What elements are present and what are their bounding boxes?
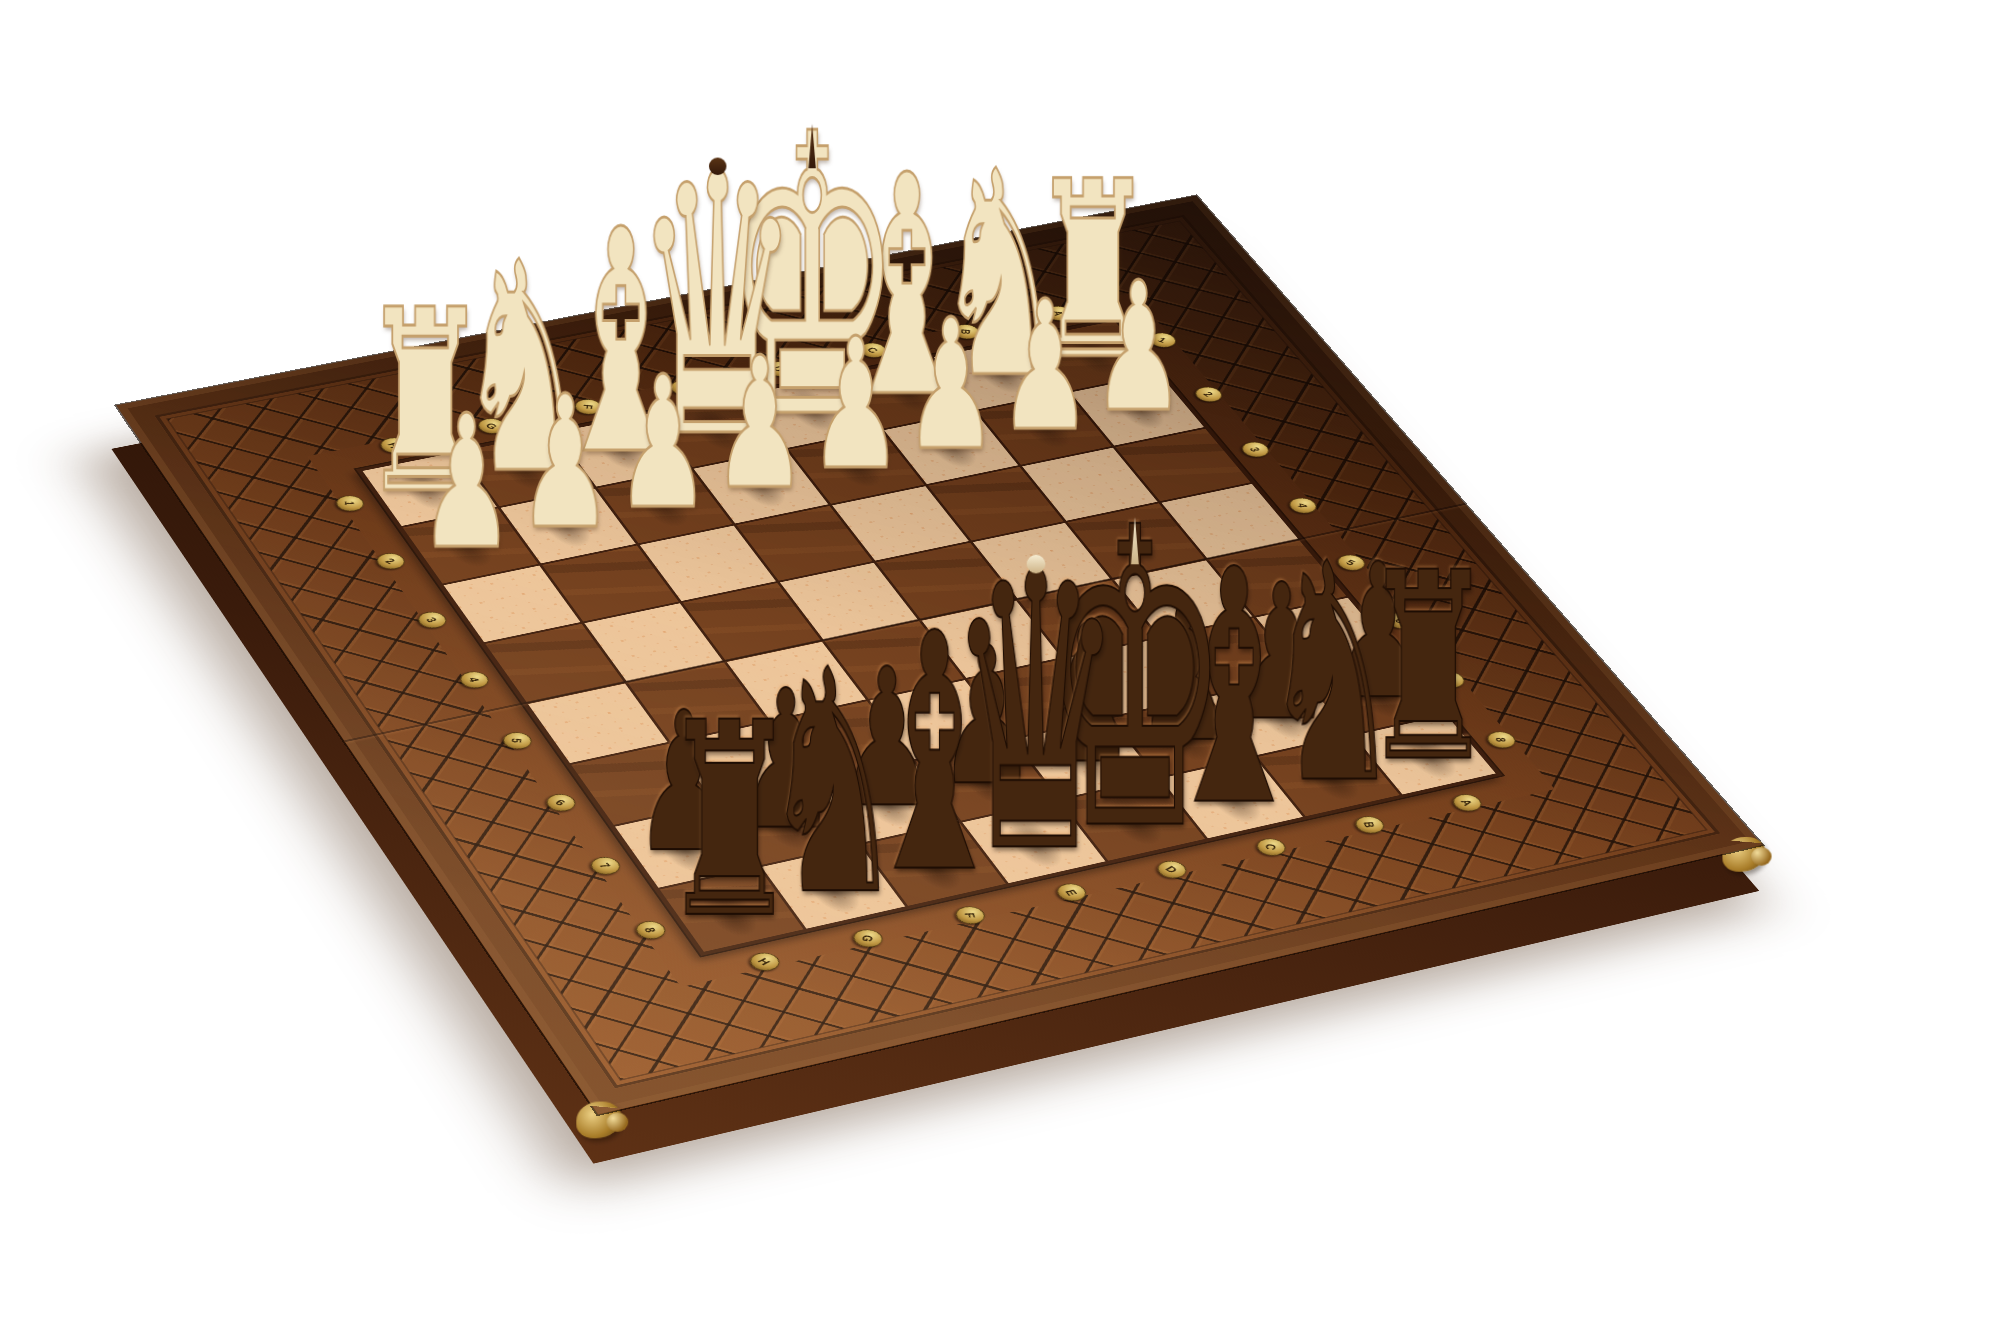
finial-ball bbox=[1026, 555, 1045, 574]
brass-foot bbox=[1716, 833, 1782, 880]
finial-ball bbox=[708, 158, 726, 176]
product-photo-scene: 11AA22BB33CC44DD55EE66FF77GG88HH♜♟♞♟♝♟♚♟… bbox=[0, 0, 2000, 1333]
perspective-container: 11AA22BB33CC44DD55EE66FF77GG88HH♜♟♞♟♝♟♚♟… bbox=[248, 0, 1591, 1292]
chess-board: 11AA22BB33CC44DD55EE66FF77GG88HH♜♟♞♟♝♟♚♟… bbox=[116, 196, 1762, 1115]
brass-foot bbox=[570, 1097, 639, 1147]
